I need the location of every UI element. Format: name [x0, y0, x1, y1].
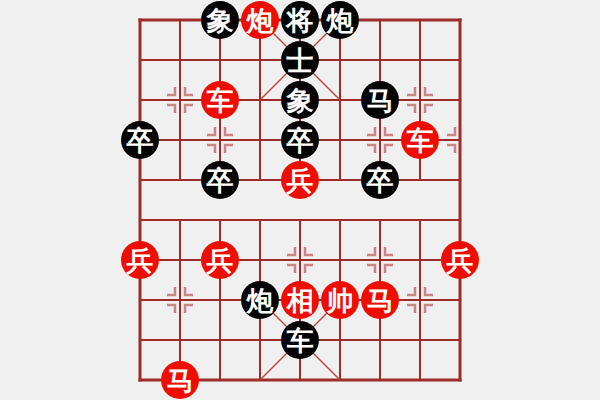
red-horse[interactable]: 马: [161, 361, 199, 399]
piece-layer: 象炮将炮士车象马卒卒车卒兵卒兵兵兵炮相帅马车马: [120, 0, 480, 400]
black-elephant[interactable]: 象: [201, 1, 239, 39]
black-chariot[interactable]: 车: [281, 321, 319, 359]
red-chariot[interactable]: 车: [401, 121, 439, 159]
xiangqi-board: 象炮将炮士车象马卒卒车卒兵卒兵兵兵炮相帅马车马: [0, 0, 600, 400]
black-cannon[interactable]: 炮: [321, 1, 359, 39]
red-elephant[interactable]: 相: [281, 281, 319, 319]
black-horse[interactable]: 马: [361, 81, 399, 119]
black-soldier[interactable]: 卒: [121, 121, 159, 159]
black-soldier[interactable]: 卒: [201, 161, 239, 199]
black-elephant[interactable]: 象: [281, 81, 319, 119]
red-soldier[interactable]: 兵: [281, 161, 319, 199]
red-soldier[interactable]: 兵: [121, 241, 159, 279]
red-soldier[interactable]: 兵: [201, 241, 239, 279]
red-soldier[interactable]: 兵: [441, 241, 479, 279]
red-chariot[interactable]: 车: [201, 81, 239, 119]
black-advisor[interactable]: 士: [281, 41, 319, 79]
red-general[interactable]: 帅: [321, 281, 359, 319]
red-cannon[interactable]: 炮: [241, 1, 279, 39]
black-cannon[interactable]: 炮: [241, 281, 279, 319]
red-horse[interactable]: 马: [361, 281, 399, 319]
black-soldier[interactable]: 卒: [281, 121, 319, 159]
black-general[interactable]: 将: [281, 1, 319, 39]
black-soldier[interactable]: 卒: [361, 161, 399, 199]
